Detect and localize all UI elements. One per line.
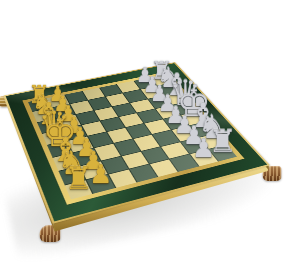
corner-marker-north xyxy=(173,62,175,63)
chess-set-photo: ♜♞♝♛♚♝♞♜♟♟♟♟♟♟♟♟♟♟♟♟♟♟♟♟♜♞♝♛♚♝♞♜ xyxy=(0,0,290,271)
